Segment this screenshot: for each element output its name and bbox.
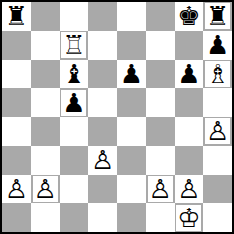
square-b8[interactable] [31, 2, 60, 31]
square-a2[interactable]: ♙ [2, 175, 31, 204]
square-g3[interactable] [175, 146, 204, 175]
square-c4[interactable] [60, 117, 89, 146]
piece-halo: ♙ [148, 176, 173, 202]
square-h3[interactable] [203, 146, 232, 175]
square-a3[interactable] [2, 146, 31, 175]
square-b4[interactable] [31, 117, 60, 146]
square-c5[interactable]: ♟ [60, 88, 89, 117]
square-h5[interactable] [203, 88, 232, 117]
square-f3[interactable] [146, 146, 175, 175]
square-d4[interactable] [88, 117, 117, 146]
piece-halo: ♜ [4, 3, 29, 29]
square-f4[interactable] [146, 117, 175, 146]
piece-halo: ♚ [176, 3, 201, 29]
black-pawn-icon: ♟ [206, 32, 229, 58]
black-rook-icon: ♜ [5, 3, 28, 29]
square-f1[interactable] [146, 203, 175, 232]
square-e2[interactable] [117, 175, 146, 204]
square-g6[interactable]: ♟ [175, 60, 204, 89]
square-a1[interactable] [2, 203, 31, 232]
square-g4[interactable] [175, 117, 204, 146]
square-e7[interactable] [117, 31, 146, 60]
square-d3[interactable]: ♙ [88, 146, 117, 175]
square-h6[interactable]: ♗ [203, 60, 232, 89]
black-pawn-icon: ♟ [62, 90, 85, 116]
square-e5[interactable] [117, 88, 146, 117]
piece-halo: ♟ [176, 61, 201, 87]
square-h8[interactable]: ♜ [203, 2, 232, 31]
white-pawn-icon: ♙ [177, 176, 200, 202]
piece-halo: ♙ [205, 118, 230, 144]
square-b1[interactable] [31, 203, 60, 232]
piece-halo: ♔ [176, 205, 201, 231]
square-e3[interactable] [117, 146, 146, 175]
black-rook-icon: ♜ [206, 3, 229, 29]
black-king-icon: ♚ [177, 3, 200, 29]
square-b7[interactable] [31, 31, 60, 60]
square-e6[interactable]: ♟ [117, 60, 146, 89]
piece-halo: ♟ [119, 61, 144, 87]
square-g1[interactable]: ♔ [175, 203, 204, 232]
white-king-icon: ♔ [177, 205, 200, 231]
square-d2[interactable] [88, 175, 117, 204]
square-b3[interactable] [31, 146, 60, 175]
square-b5[interactable] [31, 88, 60, 117]
square-c1[interactable] [60, 203, 89, 232]
square-h2[interactable] [203, 175, 232, 204]
square-f8[interactable] [146, 2, 175, 31]
square-a5[interactable] [2, 88, 31, 117]
piece-halo: ♙ [90, 147, 115, 173]
square-h7[interactable]: ♟ [203, 31, 232, 60]
black-bishop-icon: ♝ [62, 61, 85, 87]
piece-halo: ♙ [33, 176, 58, 202]
piece-halo: ♗ [205, 61, 230, 87]
square-c8[interactable] [60, 2, 89, 31]
white-rook-icon: ♖ [62, 32, 85, 58]
square-d1[interactable] [88, 203, 117, 232]
square-g5[interactable] [175, 88, 204, 117]
white-pawn-icon: ♙ [91, 147, 114, 173]
square-b2[interactable]: ♙ [31, 175, 60, 204]
white-bishop-icon: ♗ [206, 61, 229, 87]
square-e1[interactable] [117, 203, 146, 232]
white-pawn-icon: ♙ [148, 176, 171, 202]
black-pawn-icon: ♟ [177, 61, 200, 87]
square-a7[interactable] [2, 31, 31, 60]
square-a6[interactable] [2, 60, 31, 89]
square-h1[interactable] [203, 203, 232, 232]
square-g7[interactable] [175, 31, 204, 60]
square-d6[interactable] [88, 60, 117, 89]
square-c3[interactable] [60, 146, 89, 175]
square-f2[interactable]: ♙ [146, 175, 175, 204]
square-c6[interactable]: ♝ [60, 60, 89, 89]
piece-halo: ♝ [61, 61, 86, 87]
square-a4[interactable] [2, 117, 31, 146]
square-e8[interactable] [117, 2, 146, 31]
square-e4[interactable] [117, 117, 146, 146]
square-g8[interactable]: ♚ [175, 2, 204, 31]
white-pawn-icon: ♙ [33, 176, 56, 202]
white-pawn-icon: ♙ [206, 118, 229, 144]
piece-halo: ♙ [4, 176, 29, 202]
piece-halo: ♙ [176, 176, 201, 202]
square-d8[interactable] [88, 2, 117, 31]
square-a8[interactable]: ♜ [2, 2, 31, 31]
piece-halo: ♟ [61, 90, 86, 116]
square-h4[interactable]: ♙ [203, 117, 232, 146]
square-g2[interactable]: ♙ [175, 175, 204, 204]
square-d7[interactable] [88, 31, 117, 60]
square-c2[interactable] [60, 175, 89, 204]
piece-halo: ♜ [205, 3, 230, 29]
piece-halo: ♟ [205, 32, 230, 58]
black-pawn-icon: ♟ [120, 61, 143, 87]
square-f7[interactable] [146, 31, 175, 60]
square-c7[interactable]: ♖ [60, 31, 89, 60]
square-f5[interactable] [146, 88, 175, 117]
square-b6[interactable] [31, 60, 60, 89]
chess-board: ♜♚♜♖♟♝♟♟♗♟♙♙♙♙♙♙♔ [0, 0, 234, 234]
square-d5[interactable] [88, 88, 117, 117]
white-pawn-icon: ♙ [5, 176, 28, 202]
piece-halo: ♖ [61, 32, 86, 58]
square-f6[interactable] [146, 60, 175, 89]
